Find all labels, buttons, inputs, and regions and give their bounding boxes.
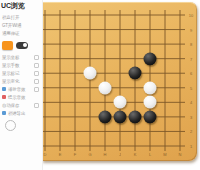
sidebar-item-label: 显示坐标 — [2, 55, 19, 60]
coordinate-label: 5 — [190, 85, 192, 90]
coordinate-label: G — [88, 152, 91, 157]
coordinate-label: 8 — [190, 42, 192, 47]
board-grid — [42, 2, 197, 161]
sidebar-menu-top: 棋盘打开GT开Wi通通用伸证 — [0, 13, 42, 37]
coordinate-label: H — [104, 152, 107, 157]
sidebar-item-label: 通用伸证 — [2, 31, 19, 36]
sidebar-item-label: 显示标记 — [2, 71, 19, 76]
black-stone — [129, 67, 142, 80]
sidebar-item[interactable]: 提示音效 — [2, 93, 42, 101]
coordinate-label: D — [44, 152, 47, 157]
orange-accent-button[interactable] — [2, 41, 13, 50]
menu-item-icon — [2, 111, 6, 115]
sidebar-item[interactable]: 棋谱导出 — [2, 109, 42, 117]
white-stone — [144, 81, 157, 94]
sidebar-item[interactable]: 显示变化 — [2, 77, 42, 85]
white-stone — [84, 67, 97, 80]
sidebar-menu-bottom: 显示坐标显示手数显示标记显示变化播放音效提示音效自动保存棋谱导出 — [0, 53, 42, 117]
menu-item-icon — [2, 87, 6, 91]
sidebar-item[interactable]: 显示标记 — [2, 69, 42, 77]
sidebar-item[interactable]: GT开Wi通 — [2, 21, 42, 29]
coordinate-label: M — [163, 152, 166, 157]
screen: UC浏览 棋盘打开GT开Wi通通用伸证 显示坐标显示手数显示标记显示变化播放音效… — [0, 0, 200, 170]
coordinate-label: F — [74, 152, 76, 157]
go-board[interactable]: 10987654321DEFGHJKLMN — [42, 2, 197, 161]
coordinate-label: K — [134, 152, 137, 157]
sidebar-item[interactable]: 显示手数 — [2, 61, 42, 69]
coordinate-label: L — [149, 152, 151, 157]
toggle-knob-icon — [23, 43, 27, 47]
coordinate-label: 9 — [190, 27, 192, 32]
sidebar-item[interactable]: 显示坐标 — [2, 53, 42, 61]
white-stone — [99, 81, 112, 94]
black-stone — [99, 110, 112, 123]
sidebar-item[interactable]: 自动保存 — [2, 101, 42, 109]
toggle-row — [2, 38, 42, 52]
sidebar-item[interactable]: 棋盘打开 — [2, 13, 42, 21]
coordinate-label: 2 — [190, 129, 192, 134]
sidebar-item-label: 显示变化 — [2, 79, 19, 84]
checkbox-icon[interactable] — [34, 55, 39, 60]
checkbox-icon[interactable] — [34, 63, 39, 68]
checkbox-icon[interactable] — [34, 71, 39, 76]
sidebar-title: UC浏览 — [1, 1, 42, 11]
white-stone — [144, 96, 157, 109]
checkbox-icon[interactable] — [34, 79, 39, 84]
coordinate-label: 3 — [190, 114, 192, 119]
checkbox-icon[interactable] — [34, 103, 39, 108]
black-stone — [114, 110, 127, 123]
coordinate-label: 10 — [189, 13, 193, 18]
coordinate-label: N — [179, 152, 182, 157]
coordinate-label: E — [59, 152, 62, 157]
settings-sidebar: UC浏览 棋盘打开GT开Wi通通用伸证 显示坐标显示手数显示标记显示变化播放音效… — [0, 0, 43, 170]
sidebar-item-label: 播放音效 — [8, 87, 25, 92]
coordinate-label: 7 — [190, 56, 192, 61]
sidebar-item-label: GT开Wi通 — [2, 23, 21, 28]
avatar-icon[interactable] — [5, 120, 16, 131]
sidebar-item-label: 棋盘打开 — [2, 15, 19, 20]
coordinate-label: J — [119, 152, 121, 157]
black-stone — [129, 110, 142, 123]
sidebar-item-label: 提示音效 — [8, 95, 25, 100]
sidebar-item[interactable]: 通用伸证 — [2, 29, 42, 37]
sidebar-item-label: 自动保存 — [2, 103, 19, 108]
coordinate-label: 4 — [190, 100, 192, 105]
sidebar-item[interactable]: 播放音效 — [2, 85, 42, 93]
toggle-switch[interactable] — [16, 42, 28, 49]
menu-item-icon — [2, 95, 6, 99]
white-stone — [114, 96, 127, 109]
coordinate-label: 6 — [190, 71, 192, 76]
black-stone — [144, 52, 157, 65]
sidebar-item-label: 棋谱导出 — [8, 111, 25, 116]
sidebar-item-label: 显示手数 — [2, 63, 19, 68]
black-stone — [144, 110, 157, 123]
checkbox-icon[interactable] — [34, 87, 39, 92]
coordinate-label: 1 — [190, 144, 192, 149]
